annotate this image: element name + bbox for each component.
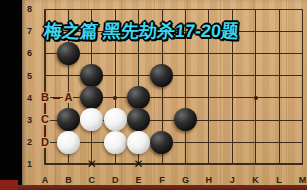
option-connector-dash: [44, 105, 46, 112]
row-label: 8: [23, 4, 36, 14]
row-label: 6: [23, 48, 36, 58]
column-label: B: [61, 175, 75, 185]
column-label: J: [225, 175, 239, 185]
column-label: M: [295, 175, 307, 185]
column-label: A: [38, 175, 52, 185]
row-label: 3: [23, 115, 36, 125]
row-label: 1: [23, 159, 36, 169]
option-connector-dash: [44, 128, 46, 135]
column-label: H: [202, 175, 216, 185]
video-progress-bar[interactable]: [0, 180, 18, 190]
row-label: 4: [23, 93, 36, 103]
option-connector-dash: [53, 97, 60, 99]
problem-title: 梅之篇 黑先劫杀17-20题: [43, 19, 240, 43]
column-label: D: [108, 175, 122, 185]
column-label: C: [85, 175, 99, 185]
row-label: 5: [23, 71, 36, 81]
column-label: F: [155, 175, 169, 185]
column-label: L: [272, 175, 286, 185]
letterbox-bar: [0, 0, 22, 190]
column-label: K: [249, 175, 263, 185]
row-label: 2: [23, 137, 36, 147]
row-label: 7: [23, 26, 36, 36]
column-label: E: [132, 175, 146, 185]
video-frame: ABCD✕✕ 87654321 ABCDEFGHJKLM 梅之篇 黑先劫杀17-…: [0, 0, 307, 190]
board-front-edge: [18, 185, 307, 190]
column-label: G: [178, 175, 192, 185]
